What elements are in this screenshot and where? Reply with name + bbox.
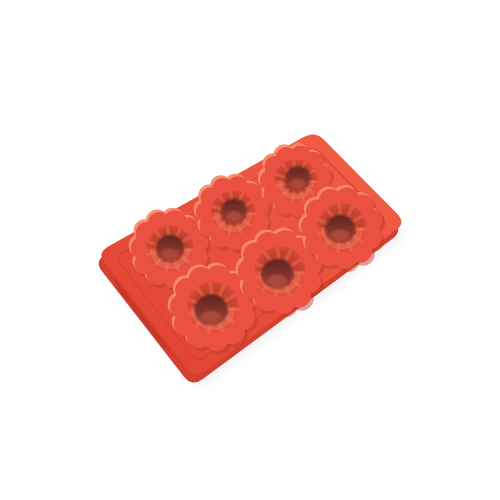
product-photo-canvas [0,0,500,500]
cavity-floor-highlight [291,179,306,188]
cavity-floor-highlight [201,311,221,323]
cavity-floor-highlight [267,275,286,287]
cavity-floor-highlight [331,230,349,241]
cavity-floor-highlight [226,212,242,221]
cavity-floor-highlight [162,249,179,259]
baking-mold-photo [0,0,500,500]
